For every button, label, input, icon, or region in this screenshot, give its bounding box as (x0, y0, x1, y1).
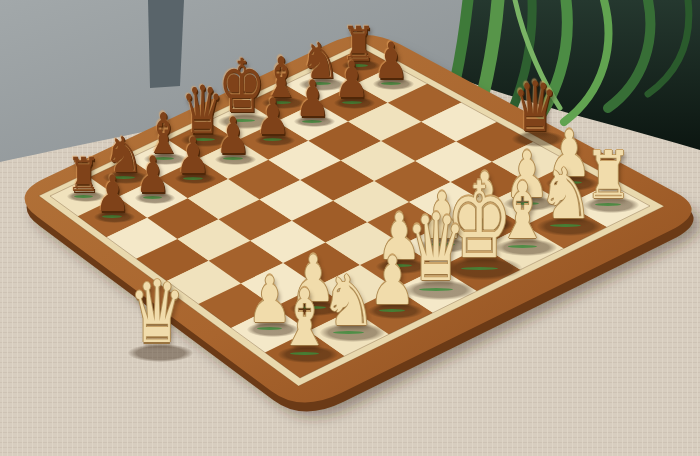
piece-black-pawn-f7[interactable]: ♟ (295, 85, 330, 124)
piece-black-pawn-b7[interactable]: ♟ (135, 161, 170, 200)
pawn-glyph: ♟ (175, 131, 210, 181)
piece-black-pawn-h7[interactable]: ♟ (373, 47, 408, 86)
piece-white-queen-offboard-1[interactable]: ♛ (129, 294, 185, 357)
pawn-glyph: ♟ (215, 111, 250, 161)
pawn-glyph: ♟ (334, 55, 369, 105)
piece-black-pawn-g7[interactable]: ♟ (334, 66, 369, 105)
piece-white-bishop-a1[interactable]: ♝ (278, 299, 331, 358)
piece-black-pawn-a7[interactable]: ♟ (95, 180, 130, 219)
piece-black-pawn-d7[interactable]: ♟ (215, 122, 250, 161)
piece-black-pawn-e7[interactable]: ♟ (255, 103, 290, 142)
pawn-glyph: ♟ (373, 36, 408, 86)
pawn-glyph: ♟ (255, 92, 290, 142)
pawn-glyph: ♟ (95, 169, 130, 219)
pawn-glyph: ♟ (135, 150, 170, 200)
bishop-glyph: ♝ (278, 279, 331, 358)
queen-glyph: ♛ (129, 270, 185, 356)
pawn-glyph: ♟ (295, 74, 330, 124)
chess-photo-scene: Overhead-angle photograph of a wooden St… (0, 0, 700, 456)
pieces-layer: ♜♟♞♟♝♚♟♛♛♟♝♟♞♟♟♜♟♟♜♟♟♞♟♝♟♚♛♟♟♟♞♛♝ (0, 0, 700, 456)
piece-black-pawn-c7[interactable]: ♟ (175, 142, 210, 181)
